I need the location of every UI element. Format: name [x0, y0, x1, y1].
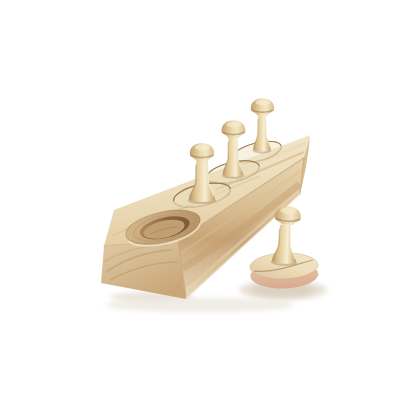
- scene-canvas: [0, 0, 416, 416]
- product-photo-wooden-peg-puzzle: [0, 0, 416, 416]
